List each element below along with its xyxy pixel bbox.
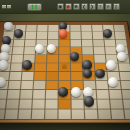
black-piece[interactable] — [14, 29, 23, 38]
white-piece[interactable] — [117, 52, 126, 61]
windows-icon[interactable] — [2, 5, 11, 9]
white-piece[interactable] — [0, 60, 8, 70]
pause-button[interactable]: ❚❚ — [27, 3, 42, 11]
display-button-icon: ▣ — [58, 4, 62, 8]
flag-button[interactable]: ⊤ — [97, 3, 104, 10]
selected-red-piece[interactable] — [59, 29, 68, 38]
black-piece[interactable] — [70, 52, 79, 61]
pause-slot: ❚❚ — [27, 3, 42, 11]
toolbar: ❚❚ ▣●✽❮❯⊤✕❙ — [0, 0, 130, 14]
close-button[interactable]: ✕ — [105, 3, 112, 10]
black-piece[interactable] — [84, 96, 94, 106]
info-button-icon: ❙ — [115, 4, 119, 8]
display-button[interactable]: ▣ — [57, 3, 64, 10]
record-button[interactable]: ● — [65, 3, 72, 10]
prev-button-icon: ❮ — [83, 4, 87, 8]
flag-button-icon: ⊤ — [99, 4, 103, 8]
record-button-icon: ● — [67, 4, 71, 8]
prev-button[interactable]: ❮ — [81, 3, 88, 10]
next-button-icon: ❯ — [91, 4, 95, 8]
white-piece[interactable] — [0, 77, 6, 87]
pieces-layer — [0, 0, 130, 130]
info-button[interactable]: ❙ — [113, 3, 120, 10]
black-piece[interactable] — [22, 60, 32, 70]
settings-button-icon: ✽ — [75, 4, 79, 8]
white-piece[interactable] — [4, 22, 13, 31]
black-piece[interactable] — [95, 69, 105, 79]
toolbar-buttons: ▣●✽❮❯⊤✕❙ — [57, 3, 120, 10]
black-piece[interactable] — [58, 87, 68, 97]
white-piece[interactable] — [35, 44, 44, 53]
pause-button-icon: ❚❚ — [31, 4, 38, 8]
black-piece[interactable] — [83, 69, 93, 79]
white-piece[interactable] — [47, 44, 56, 53]
white-piece[interactable] — [71, 87, 81, 97]
close-button-icon: ✕ — [107, 4, 111, 8]
black-piece[interactable] — [103, 29, 112, 38]
next-button[interactable]: ❯ — [89, 3, 96, 10]
white-piece[interactable] — [108, 77, 118, 87]
settings-button[interactable]: ✽ — [73, 3, 80, 10]
white-piece[interactable] — [106, 60, 116, 70]
game-screen: ♕ ❚❚ ▣●✽❮❯⊤✕❙ — [0, 0, 130, 130]
